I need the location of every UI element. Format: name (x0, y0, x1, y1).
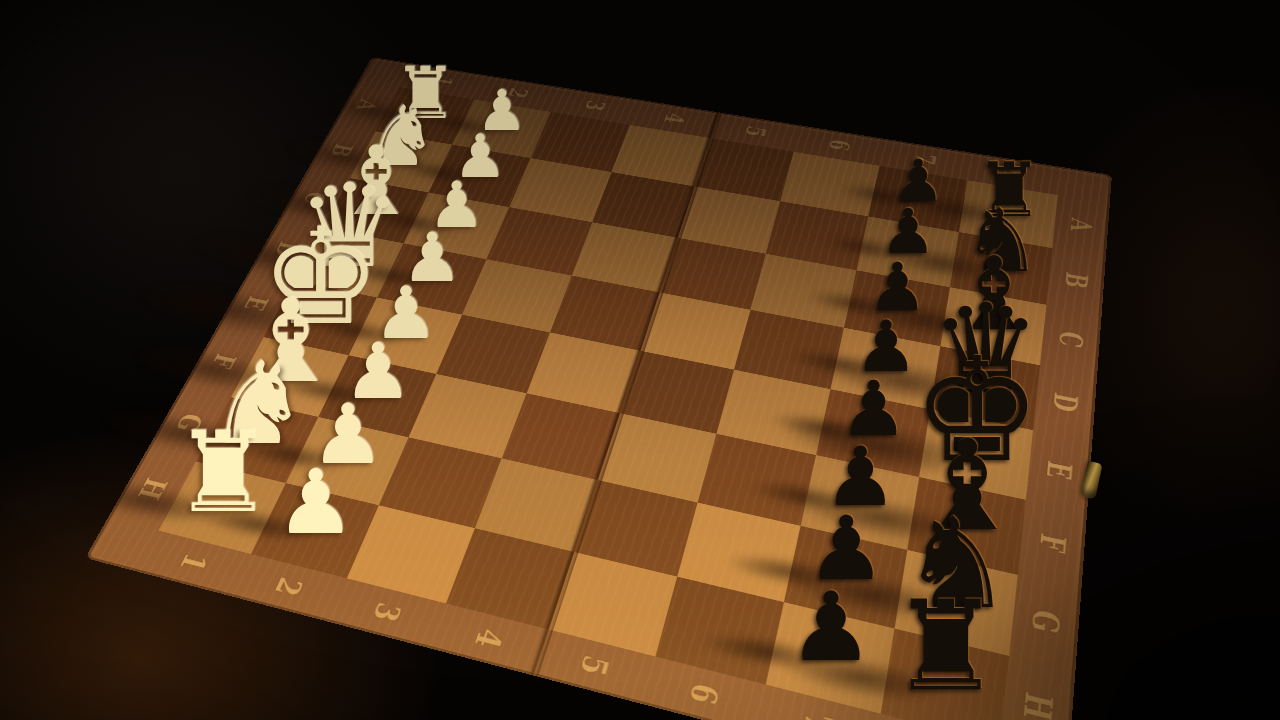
file-label-right-D: D (1046, 390, 1085, 416)
rank-label-top-8: 8 (997, 165, 1031, 181)
chess-board: 1122334455667788AABBCCDDEEFFGGHH (85, 57, 1112, 720)
file-label-left-D: D (268, 239, 305, 259)
rank-label-top-4: 4 (658, 111, 691, 126)
rank-label-bottom-1: 1 (173, 550, 215, 575)
file-label-right-E: E (1039, 458, 1079, 483)
rank-label-bottom-7: 7 (795, 708, 841, 720)
rank-label-top-2: 2 (502, 86, 534, 100)
file-label-left-F: F (205, 351, 243, 371)
file-label-right-H: H (1015, 689, 1061, 720)
rank-label-bottom-3: 3 (365, 599, 408, 626)
file-label-right-B: B (1058, 270, 1094, 292)
rank-label-bottom-6: 6 (682, 679, 727, 709)
rank-label-top-7: 7 (909, 151, 943, 167)
rank-label-top-5: 5 (739, 124, 772, 139)
rank-label-top-1: 1 (427, 74, 459, 88)
rank-label-bottom-2: 2 (267, 574, 310, 600)
chess-photo-scene: 1122334455667788AABBCCDDEEFFGGHH ♜♞♝♛♚♝♞… (0, 0, 1280, 720)
rank-label-top-3: 3 (579, 99, 611, 114)
file-label-left-E: E (238, 294, 275, 314)
file-label-right-G: G (1024, 606, 1068, 638)
file-label-left-C: C (297, 190, 332, 208)
file-label-left-B: B (324, 142, 358, 159)
file-label-right-F: F (1032, 530, 1074, 556)
file-label-left-A: A (350, 98, 383, 113)
rank-label-bottom-4: 4 (467, 625, 511, 653)
rank-label-top-6: 6 (823, 138, 856, 154)
file-label-left-G: G (169, 411, 210, 436)
rank-label-bottom-5: 5 (572, 652, 616, 681)
file-label-left-H: H (131, 475, 175, 504)
file-label-right-C: C (1052, 329, 1090, 351)
file-label-right-A: A (1064, 216, 1099, 235)
board-grid (159, 87, 1058, 720)
